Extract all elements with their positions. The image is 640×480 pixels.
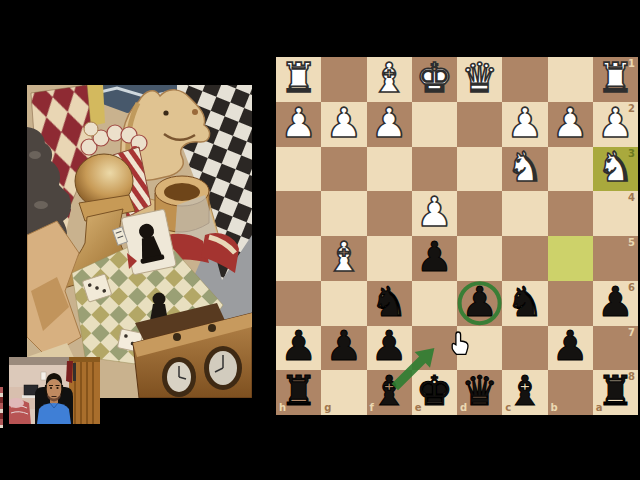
file-label: h [279,403,286,413]
square-b5[interactable] [548,236,593,281]
square-g6[interactable] [321,281,366,326]
square-f1[interactable]: ♝ [367,57,412,102]
square-g7[interactable]: ♟ [321,326,366,371]
square-h5[interactable] [276,236,321,281]
rank-label: 2 [628,104,635,114]
piece-white-king[interactable]: ♚ [416,58,453,99]
square-c4[interactable] [502,191,547,236]
square-a1[interactable]: ♜1 [593,57,638,102]
piece-white-queen[interactable]: ♛ [461,58,498,99]
square-f8[interactable]: ♝f [367,370,412,415]
square-d2[interactable] [457,102,502,147]
square-c6[interactable]: ♞ [502,281,547,326]
square-g5[interactable]: ♝ [321,236,366,281]
piece-black-knight[interactable]: ♞ [506,282,543,323]
square-b6[interactable] [548,281,593,326]
square-e3[interactable] [412,147,457,192]
stream-stage: ♜♝♚♛♜1♟♟♟♟♟♟2♞♞3♟4♝♟5♞♟♞♟6♟♟♟♟7♜hg♝f♚e♛d… [0,0,640,480]
square-g1[interactable] [321,57,366,102]
file-label: a [596,403,603,413]
piece-black-pawn[interactable]: ♟ [325,326,362,367]
square-b7[interactable]: ♟ [548,326,593,371]
piece-black-pawn[interactable]: ♟ [461,282,498,323]
square-d3[interactable] [457,147,502,192]
square-d4[interactable] [457,191,502,236]
square-e6[interactable] [412,281,457,326]
square-e8[interactable]: ♚e [412,370,457,415]
file-label: g [324,403,331,413]
square-a7[interactable]: 7 [593,326,638,371]
square-g4[interactable] [321,191,366,236]
piece-white-pawn[interactable]: ♟ [552,103,589,144]
square-f7[interactable]: ♟ [367,326,412,371]
piece-white-pawn[interactable]: ♟ [506,103,543,144]
square-d5[interactable] [457,236,502,281]
square-h3[interactable] [276,147,321,192]
square-b1[interactable] [548,57,593,102]
square-f2[interactable]: ♟ [367,102,412,147]
piece-black-knight[interactable]: ♞ [371,282,408,323]
piece-white-pawn[interactable]: ♟ [416,192,453,233]
screen-edge-sliver [0,387,3,428]
piece-black-pawn[interactable]: ♟ [416,237,453,278]
rank-label: 5 [628,238,635,248]
square-h1[interactable]: ♜ [276,57,321,102]
file-label: b [551,403,558,413]
square-c7[interactable] [502,326,547,371]
square-g2[interactable]: ♟ [321,102,366,147]
square-b2[interactable]: ♟ [548,102,593,147]
square-h2[interactable]: ♟ [276,102,321,147]
square-a4[interactable]: 4 [593,191,638,236]
file-label: d [460,403,467,413]
square-d6[interactable]: ♟ [457,281,502,326]
chess-board: ♜♝♚♛♜1♟♟♟♟♟♟2♞♞3♟4♝♟5♞♟♞♟6♟♟♟♟7♜hg♝f♚e♛d… [276,57,638,415]
rank-label: 1 [628,59,635,69]
square-e2[interactable] [412,102,457,147]
rank-label: 4 [628,193,635,203]
square-e1[interactable]: ♚ [412,57,457,102]
square-h8[interactable]: ♜h [276,370,321,415]
rank-label: 6 [628,283,635,293]
piece-white-pawn[interactable]: ♟ [280,103,317,144]
piece-black-pawn[interactable]: ♟ [552,326,589,367]
square-h6[interactable] [276,281,321,326]
square-a8[interactable]: ♜8a [593,370,638,415]
square-f6[interactable]: ♞ [367,281,412,326]
square-e4[interactable]: ♟ [412,191,457,236]
square-d8[interactable]: ♛d [457,370,502,415]
square-h7[interactable]: ♟ [276,326,321,371]
square-c5[interactable] [502,236,547,281]
square-b8[interactable]: b [548,370,593,415]
square-e7[interactable] [412,326,457,371]
square-g3[interactable] [321,147,366,192]
piece-black-bishop[interactable]: ♝ [506,371,543,412]
webcam-video [9,357,100,424]
file-label: e [415,403,422,413]
square-a5[interactable]: 5 [593,236,638,281]
file-label: f [370,403,374,413]
square-f5[interactable] [367,236,412,281]
rank-label: 8 [628,372,635,382]
piece-black-pawn[interactable]: ♟ [371,326,408,367]
file-label: c [505,403,511,413]
piece-white-rook[interactable]: ♜ [280,58,317,99]
square-d1[interactable]: ♛ [457,57,502,102]
square-g8[interactable]: g [321,370,366,415]
piece-white-bishop[interactable]: ♝ [325,237,362,278]
square-c3[interactable]: ♞ [502,147,547,192]
square-f3[interactable] [367,147,412,192]
square-h4[interactable] [276,191,321,236]
piece-white-knight[interactable]: ♞ [506,147,543,188]
rank-label: 7 [628,328,635,338]
piece-black-bishop[interactable]: ♝ [371,371,408,412]
square-a3[interactable]: ♞3 [593,147,638,192]
square-e5[interactable]: ♟ [412,236,457,281]
square-f4[interactable] [367,191,412,236]
square-a2[interactable]: ♟2 [593,102,638,147]
square-b3[interactable] [548,147,593,192]
piece-white-bishop[interactable]: ♝ [371,58,408,99]
square-c1[interactable] [502,57,547,102]
square-c8[interactable]: ♝c [502,370,547,415]
chess-art-painting [27,85,252,398]
square-a6[interactable]: ♟6 [593,281,638,326]
square-b4[interactable] [548,191,593,236]
rank-label: 3 [628,149,635,159]
piece-white-pawn[interactable]: ♟ [325,103,362,144]
piece-black-pawn[interactable]: ♟ [280,326,317,367]
square-d7[interactable] [457,326,502,371]
piece-white-pawn[interactable]: ♟ [371,103,408,144]
square-c2[interactable]: ♟ [502,102,547,147]
